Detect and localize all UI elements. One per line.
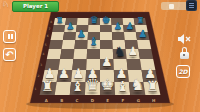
square-a4[interactable] [47, 49, 62, 59]
square-e6[interactable] [100, 32, 112, 40]
pause-icon [11, 34, 13, 39]
file-label-H: H [152, 98, 155, 103]
piece-white-r-a1[interactable]: ♜ [41, 79, 54, 93]
piece-white-p-b2[interactable]: ♟ [58, 67, 70, 80]
rank-label-6: 6 [47, 34, 49, 38]
rank-label-8: 8 [50, 20, 52, 24]
square-a5[interactable] [49, 40, 63, 49]
square-c5[interactable] [74, 40, 87, 49]
piece-white-b-f1[interactable]: ♝ [116, 79, 129, 93]
square-b1[interactable] [55, 82, 71, 95]
chess-board: ABCDEFGH12345678 [0, 0, 200, 112]
square-d7[interactable] [88, 25, 100, 32]
square-f6[interactable] [112, 32, 125, 40]
square-a7[interactable] [52, 25, 65, 32]
game-screen: ABCDEFGH12345678 ♜♛♚♜♟♟♟♟♟♝♞♟♟♟♟♟♟♟♟♜♝♛♚… [0, 0, 200, 112]
square-d4[interactable] [87, 49, 100, 59]
player-turn-badge: Player 1 [12, 1, 59, 12]
file-label-F: F [122, 98, 125, 103]
square-e5[interactable] [100, 40, 113, 49]
piece-white-p-g4[interactable]: ♟ [128, 46, 138, 58]
rank-label-1: 1 [35, 87, 37, 91]
piece-blue-p-h6[interactable]: ♟ [139, 29, 148, 39]
piece-blue-p-f7[interactable]: ♟ [114, 22, 122, 31]
piece-white-q-d1[interactable]: ♛ [85, 77, 99, 93]
square-b6[interactable] [63, 32, 76, 40]
white-knight-icon: ♘ [2, 0, 9, 9]
piece-blue-p-b7[interactable]: ♟ [66, 22, 74, 31]
square-c4[interactable] [73, 49, 87, 59]
square-h4[interactable] [138, 49, 153, 59]
rank-label-4: 4 [43, 52, 45, 56]
square-b5[interactable] [62, 40, 76, 49]
piece-blue-r-h8[interactable]: ♜ [137, 16, 144, 24]
pause-button[interactable] [3, 30, 16, 43]
speaker-muted-icon [177, 33, 191, 45]
rank-label-5: 5 [45, 43, 47, 47]
piece-white-r-h1[interactable]: ♜ [146, 79, 159, 93]
lock-button[interactable] [179, 47, 190, 59]
piece-blue-p-g7[interactable]: ♟ [126, 22, 134, 31]
rank-label-3: 3 [40, 63, 42, 67]
square-b4[interactable] [60, 49, 74, 59]
piece-blue-r-a8[interactable]: ♜ [56, 16, 63, 24]
square-c8[interactable] [77, 18, 89, 25]
pause-icon [8, 34, 10, 39]
square-h5[interactable] [137, 40, 151, 49]
rank-label-7: 7 [49, 27, 51, 31]
menu-button[interactable] [186, 0, 197, 11]
square-e7[interactable] [100, 25, 112, 32]
square-g3[interactable] [127, 59, 142, 70]
file-label-G: G [137, 98, 140, 103]
piece-blue-k-e8[interactable]: ♚ [102, 15, 110, 24]
opponent-piece-icon [169, 4, 174, 9]
piece-dark-n-f4[interactable]: ♞ [114, 45, 126, 58]
piece-white-p-e3[interactable]: ♟ [101, 56, 112, 68]
file-label-B: B [60, 98, 63, 103]
menu-icon [189, 5, 194, 6]
mute-button[interactable] [177, 30, 191, 42]
piece-blue-b-d5[interactable]: ♝ [89, 37, 99, 48]
view-2d-button[interactable]: 2D [176, 65, 190, 78]
piece-white-b-c1[interactable]: ♝ [71, 79, 84, 93]
rank-label-2: 2 [37, 74, 39, 78]
file-label-E: E [106, 98, 109, 103]
file-label-C: C [76, 98, 79, 103]
piece-white-n-g1[interactable]: ♞ [130, 77, 144, 93]
menu-icon [189, 7, 194, 8]
square-g6[interactable] [124, 32, 137, 40]
piece-blue-q-d8[interactable]: ♛ [90, 15, 98, 24]
piece-white-k-e1[interactable]: ♚ [100, 77, 114, 93]
menu-icon [189, 3, 194, 4]
undo-button[interactable]: ↶ [3, 48, 16, 61]
piece-blue-p-c6[interactable]: ♟ [77, 29, 86, 39]
square-a6[interactable] [51, 32, 65, 40]
